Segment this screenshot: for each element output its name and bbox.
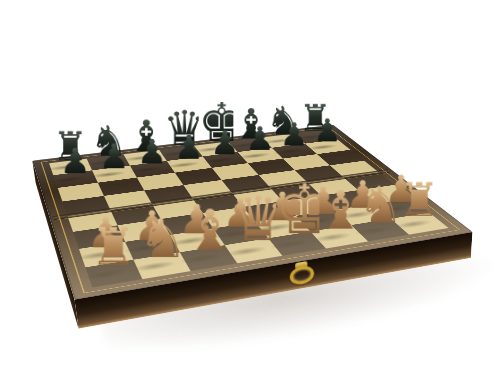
perspective-scene: ♜♞♝♛♚♝♞♜♟♟♟♟♟♟♟♟♟♟♟♟♟♟♟♟♜♞♝♛♚♝♞♜ bbox=[0, 0, 500, 375]
white-rook-h1: ♜ bbox=[398, 177, 441, 223]
black-pawn-h7: ♟ bbox=[310, 115, 345, 147]
clasp-ring-icon bbox=[289, 264, 314, 286]
chess-board: ♜♞♝♛♚♝♞♜♟♟♟♟♟♟♟♟♟♟♟♟♟♟♟♟♜♞♝♛♚♝♞♜ bbox=[32, 125, 472, 300]
white-rook-a1: ♜ bbox=[89, 221, 137, 273]
white-queen-d1: ♛ bbox=[230, 188, 276, 250]
chess-set-photo: ♜♞♝♛♚♝♞♜♟♟♟♟♟♟♟♟♟♟♟♟♟♟♟♟♜♞♝♛♚♝♞♜ bbox=[0, 0, 500, 375]
white-knight-b1: ♞ bbox=[138, 211, 186, 266]
brass-clasp bbox=[287, 260, 314, 284]
white-bishop-c1: ♝ bbox=[185, 202, 232, 258]
